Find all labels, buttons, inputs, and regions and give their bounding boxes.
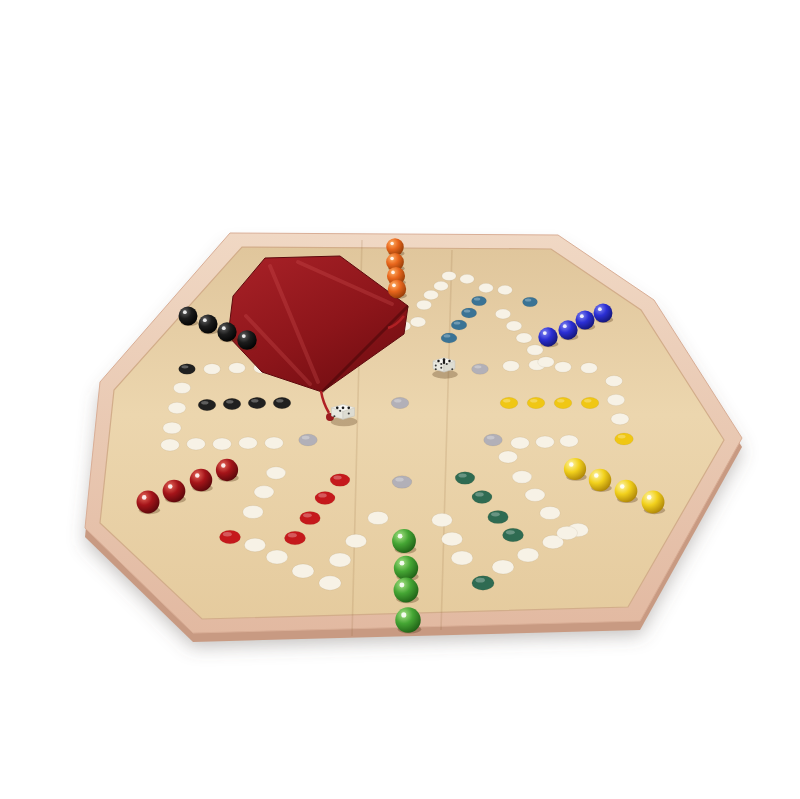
marble-highlight: [222, 326, 226, 330]
track-hole: [204, 364, 221, 375]
start-hole-yellow-sheen: [618, 435, 626, 439]
board-svg: [0, 0, 800, 799]
home-hole-black: [198, 399, 216, 410]
home-hole-green: [472, 491, 492, 504]
marble-highlight: [168, 484, 173, 489]
home-hole-green-sheen: [475, 492, 483, 496]
track-hole: [432, 513, 453, 526]
marble-black[interactable]: [217, 322, 236, 341]
track-hole: [243, 505, 264, 518]
home-hole-green: [502, 528, 523, 542]
marble-highlight: [390, 242, 393, 245]
marble-blue[interactable]: [594, 304, 613, 323]
home-hole-green: [488, 510, 509, 523]
marble-highlight: [390, 257, 394, 261]
center-hole-gray: [472, 364, 489, 375]
marble-blue[interactable]: [575, 310, 594, 329]
die-pip: [448, 360, 451, 363]
track-hole: [540, 506, 561, 519]
home-hole-red: [300, 511, 321, 524]
track-hole: [605, 376, 622, 387]
track-hole: [511, 437, 530, 449]
marble-red[interactable]: [137, 491, 160, 514]
home-hole-black-sheen: [201, 401, 208, 405]
track-hole: [442, 271, 456, 280]
start-hole-blue-sheen: [525, 299, 531, 302]
marble-orange[interactable]: [388, 280, 406, 298]
track-hole: [244, 538, 265, 552]
home-hole-blue: [471, 296, 486, 306]
aggravation-board-photo: [0, 0, 800, 799]
center-hole-gray: [484, 434, 503, 446]
home-hole-blue: [461, 308, 476, 318]
marble-highlight: [563, 324, 567, 328]
track-hole: [161, 439, 180, 451]
die-pip-side: [451, 368, 453, 370]
home-hole-blue-sheen: [454, 321, 461, 324]
marble-black[interactable]: [179, 307, 198, 326]
marble-highlight: [543, 331, 547, 335]
marble-yellow[interactable]: [589, 469, 611, 491]
home-hole-black-sheen: [226, 400, 233, 404]
home-hole-green-sheen: [506, 530, 515, 534]
die-pip-side: [435, 364, 437, 366]
home-hole-black-sheen: [251, 399, 258, 403]
die-pip: [437, 360, 440, 363]
track-hole: [512, 471, 532, 484]
die-pip-side: [446, 363, 448, 365]
center-hole-gray-sheen: [302, 436, 310, 440]
home-hole-yellow-sheen: [557, 399, 564, 403]
track-hole: [538, 357, 555, 368]
track-hole: [168, 402, 186, 413]
center-hole-gray: [391, 397, 409, 408]
track-hole: [266, 467, 285, 479]
marble-green[interactable]: [394, 556, 418, 580]
marble-highlight: [183, 310, 187, 314]
track-hole: [213, 438, 232, 450]
home-hole-red-sheen: [303, 513, 312, 517]
track-hole: [517, 548, 539, 562]
die-pip-side: [435, 368, 437, 370]
die-2[interactable]: [331, 404, 357, 426]
marble-highlight: [392, 283, 396, 287]
track-hole: [434, 281, 449, 290]
track-hole: [410, 317, 426, 327]
track-hole: [368, 511, 389, 524]
marble-highlight: [401, 612, 406, 617]
marble-red[interactable]: [190, 469, 212, 491]
start-hole-red-sheen: [223, 532, 232, 536]
track-hole: [416, 300, 431, 310]
die-pip: [342, 407, 345, 410]
start-hole-green-sheen: [476, 578, 485, 583]
marble-black[interactable]: [237, 330, 256, 349]
marble-yellow[interactable]: [615, 480, 638, 503]
home-hole-yellow: [500, 397, 518, 408]
track-hole: [451, 551, 473, 565]
marble-highlight: [400, 561, 405, 566]
track-hole: [536, 436, 555, 448]
home-hole-blue-sheen: [464, 309, 470, 312]
track-hole: [345, 534, 366, 548]
die-pip: [336, 407, 339, 410]
home-hole-yellow: [554, 397, 572, 408]
home-hole-red: [315, 492, 335, 505]
home-hole-red: [284, 531, 305, 545]
die-pip-side: [440, 363, 442, 365]
center-hole-gray-sheen: [474, 365, 481, 368]
die-pip-side: [339, 410, 341, 412]
home-hole-black: [223, 398, 241, 409]
marble-highlight: [594, 473, 598, 477]
home-hole-blue: [451, 320, 467, 330]
track-hole: [506, 321, 522, 331]
home-hole-blue-sheen: [444, 334, 451, 337]
home-hole-yellow: [581, 397, 599, 408]
marble-green[interactable]: [394, 578, 419, 603]
center-hole-gray-sheen: [395, 477, 403, 481]
track-hole: [292, 564, 314, 578]
marble-highlight: [620, 484, 625, 489]
marble-black[interactable]: [198, 314, 217, 333]
home-hole-green-sheen: [491, 512, 500, 516]
track-hole: [424, 290, 439, 300]
home-hole-black-sheen: [276, 399, 283, 403]
home-hole-black: [248, 397, 266, 408]
start-hole-green: [472, 576, 494, 590]
start-hole-black-sheen: [181, 365, 188, 368]
marble-blue[interactable]: [558, 320, 577, 339]
track-hole: [173, 382, 190, 393]
track-hole: [239, 437, 258, 449]
die-pip-side: [333, 415, 335, 417]
track-hole: [265, 437, 284, 449]
marble-highlight: [647, 495, 652, 500]
home-hole-yellow-sheen: [530, 399, 537, 403]
marble-yellow[interactable]: [642, 491, 665, 514]
track-hole: [516, 333, 532, 343]
home-hole-red: [330, 474, 350, 487]
die-1[interactable]: [432, 358, 457, 379]
marble-highlight: [391, 271, 395, 275]
home-hole-blue-sheen: [474, 298, 480, 301]
start-hole-blue: [522, 297, 537, 307]
track-hole: [611, 413, 629, 425]
track-hole: [498, 285, 513, 294]
home-hole-red-sheen: [333, 475, 341, 479]
home-hole-red-sheen: [288, 533, 297, 537]
track-hole: [555, 362, 572, 373]
track-hole: [229, 363, 246, 374]
track-hole: [607, 394, 625, 405]
marble-highlight: [221, 463, 225, 467]
home-hole-yellow-sheen: [503, 399, 510, 403]
marble-highlight: [398, 534, 403, 539]
home-hole-yellow: [527, 397, 545, 408]
track-hole: [163, 422, 181, 434]
track-hole: [503, 361, 520, 372]
center-hole-gray-sheen: [487, 436, 495, 440]
marble-highlight: [242, 334, 246, 338]
track-hole: [187, 438, 206, 450]
start-hole-black: [179, 364, 196, 375]
die-pip-side: [348, 413, 350, 415]
marble-blue[interactable]: [538, 327, 557, 346]
track-hole: [254, 486, 274, 499]
marble-highlight: [142, 495, 147, 500]
home-hole-green-sheen: [458, 473, 466, 477]
marble-highlight: [580, 314, 584, 318]
track-hole: [441, 532, 462, 546]
die-pip-side: [440, 367, 442, 369]
track-hole: [525, 489, 545, 502]
track-hole: [479, 283, 494, 292]
start-hole-red: [219, 530, 240, 544]
home-hole-green: [455, 472, 475, 485]
track-hole: [527, 345, 543, 355]
start-hole-yellow: [615, 433, 634, 445]
marble-highlight: [598, 307, 602, 311]
track-hole: [495, 309, 510, 319]
home-hole-blue: [441, 333, 457, 343]
center-hole-gray: [392, 476, 412, 489]
track-hole: [492, 560, 514, 574]
marble-highlight: [569, 462, 573, 466]
marble-yellow[interactable]: [564, 458, 586, 480]
center-hole-gray-sheen: [394, 399, 401, 403]
track-hole: [560, 435, 579, 447]
track-hole: [581, 363, 598, 374]
center-hole-gray: [299, 434, 318, 446]
marble-highlight: [195, 473, 199, 477]
die-pip: [347, 407, 350, 410]
home-hole-black: [273, 397, 291, 408]
marble-green[interactable]: [392, 529, 416, 553]
track-hole: [498, 451, 517, 463]
track-hole: [319, 576, 341, 590]
marble-green[interactable]: [395, 607, 420, 632]
track-hole: [329, 553, 351, 567]
marble-red[interactable]: [216, 459, 238, 481]
home-hole-red-sheen: [318, 493, 326, 497]
die-pip: [443, 360, 446, 363]
marble-highlight: [203, 318, 207, 322]
track-hole: [266, 550, 288, 564]
marble-red[interactable]: [163, 480, 186, 503]
track-hole: [556, 526, 577, 539]
marble-highlight: [399, 583, 404, 588]
track-hole: [460, 274, 474, 283]
home-hole-yellow-sheen: [584, 399, 591, 403]
